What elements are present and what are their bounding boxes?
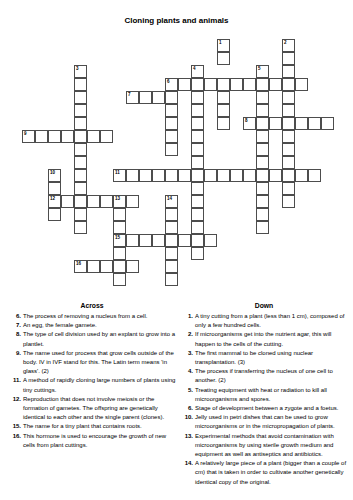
grid-cell-r0-c15: 1 <box>217 39 230 52</box>
grid-cell-r7-c2 <box>48 130 61 143</box>
grid-cell-r12-c11: 14 <box>165 195 178 208</box>
grid-cell-r10-c9 <box>139 169 152 182</box>
clue-number-label: 7. <box>8 321 23 330</box>
down-clue-14: 14.A relatively large piece of a plant (… <box>180 459 348 487</box>
grid-cell-r15-c11 <box>165 234 178 247</box>
clue-text: The process of removing a nucleus from a… <box>23 312 176 321</box>
grid-cell-r2-c13: 4 <box>191 65 204 78</box>
grid-cell-r3-c15 <box>217 78 230 91</box>
grid-cell-r16-c13 <box>191 247 204 260</box>
grid-cell-r7-c3 <box>61 130 74 143</box>
grid-cell-r3-c12 <box>178 78 191 91</box>
clue-text: A relatively large piece of a plant (big… <box>195 459 348 487</box>
clue-number-label: 15. <box>8 422 23 431</box>
grid-cell-r13-c13 <box>191 208 204 221</box>
grid-cell-r12-c20 <box>282 195 295 208</box>
grid-cell-r15-c13 <box>191 234 204 247</box>
grid-cell-r10-c22 <box>308 169 321 182</box>
grid-cell-r14-c18 <box>256 221 269 234</box>
grid-cell-r13-c4 <box>74 208 87 221</box>
clue-text: If microorganisms get into the nutrient … <box>195 330 348 348</box>
clue-text: Experimental methods that avoid contamin… <box>195 432 348 460</box>
clue-number-15: 15 <box>115 235 120 240</box>
grid-cell-r15-c8 <box>126 234 139 247</box>
grid-cell-r17-c7 <box>113 260 126 273</box>
grid-cell-r3-c11: 6 <box>165 78 178 91</box>
grid-cell-r1-c15 <box>217 52 230 65</box>
grid-cell-r16-c11 <box>165 247 178 260</box>
grid-cell-r6-c22 <box>308 117 321 130</box>
grid-cell-r5-c13 <box>191 104 204 117</box>
clue-number-10: 10 <box>50 170 55 175</box>
clue-text: The name used for process that grow cell… <box>23 349 176 377</box>
clue-text: Treating equipment with heat or radiatio… <box>195 386 348 404</box>
clue-number-4: 4 <box>193 66 196 71</box>
grid-cell-r12-c8 <box>126 195 139 208</box>
grid-cell-r10-c19 <box>269 169 282 182</box>
worksheet-page: Cloning plants and animals 1234567891011… <box>0 0 353 500</box>
clue-number-label: 9. <box>8 349 23 377</box>
grid-cell-r4-c13 <box>191 91 204 104</box>
grid-cell-r10-c13 <box>191 169 204 182</box>
grid-cell-r4-c11 <box>165 91 178 104</box>
across-clues-column: Across 6.The process of removing a nucle… <box>8 302 176 450</box>
grid-cell-r5-c18 <box>256 104 269 117</box>
grid-cell-r17-c4: 16 <box>74 260 87 273</box>
clue-number-label: 4. <box>180 367 195 385</box>
grid-cell-r8-c18 <box>256 143 269 156</box>
clue-number-5: 5 <box>258 66 261 71</box>
down-header: Down <box>180 302 348 309</box>
grid-cell-r7-c0: 9 <box>22 130 35 143</box>
clue-number-label: 13. <box>180 432 195 460</box>
grid-cell-r6-c21 <box>295 117 308 130</box>
clue-number-16: 16 <box>76 261 81 266</box>
grid-cell-r8-c20 <box>282 143 295 156</box>
clue-number-11: 11 <box>115 170 120 175</box>
grid-cell-r12-c7: 13 <box>113 195 126 208</box>
grid-cell-r8-c11 <box>165 143 178 156</box>
grid-cell-r10-c11 <box>165 169 178 182</box>
grid-cell-r17-c5 <box>87 260 100 273</box>
grid-cell-r5-c11 <box>165 104 178 117</box>
grid-cell-r17-c8 <box>126 260 139 273</box>
clue-number-label: 11. <box>8 376 23 394</box>
down-clues-column: Down 1.A tiny cutting from a plant (less… <box>180 302 348 487</box>
grid-cell-r3-c18 <box>256 78 269 91</box>
across-clue-12: 12.Reproduction that does not involve me… <box>8 395 176 423</box>
clue-number-label: 6. <box>8 312 23 321</box>
crossword-grid: 12345678910111213141516 <box>22 39 334 286</box>
grid-cell-r10-c14 <box>204 169 217 182</box>
grid-cell-r7-c18 <box>256 130 269 143</box>
grid-cell-r10-c17 <box>243 169 256 182</box>
grid-cell-r4-c8: 7 <box>126 91 139 104</box>
clue-number-7: 7 <box>128 92 131 97</box>
grid-cell-r3-c19 <box>269 78 282 91</box>
across-clue-16: 16.This hormone is used to encourage the… <box>8 432 176 450</box>
clue-number-label: 5. <box>180 386 195 404</box>
clue-number-13: 13 <box>115 196 120 201</box>
grid-cell-r10-c2: 10 <box>48 169 61 182</box>
grid-cell-r18-c11 <box>165 273 178 286</box>
grid-cell-r12-c18 <box>256 195 269 208</box>
grid-cell-r6-c20 <box>282 117 295 130</box>
grid-cell-r10-c18 <box>256 169 269 182</box>
grid-cell-r8-c4 <box>74 143 87 156</box>
down-clue-4: 4.The process if transferring the nucleu… <box>180 367 348 385</box>
down-clue-2: 2.If microorganisms get into the nutrien… <box>180 330 348 348</box>
grid-cell-r10-c12 <box>178 169 191 182</box>
grid-cell-r7-c6 <box>100 130 113 143</box>
across-header: Across <box>8 302 176 309</box>
grid-cell-r12-c2: 12 <box>48 195 61 208</box>
clue-text: The first mammal to be cloned using nucl… <box>195 349 348 367</box>
grid-cell-r5-c20 <box>282 104 295 117</box>
grid-cell-r14-c13 <box>191 221 204 234</box>
across-clue-list: 6.The process of removing a nucleus from… <box>8 312 176 450</box>
clue-text: An egg, the female gamete. <box>23 321 176 330</box>
grid-cell-r1-c20 <box>282 52 295 65</box>
clue-number-label: 3. <box>180 349 195 367</box>
grid-cell-r15-c12 <box>178 234 191 247</box>
clue-number-8: 8 <box>245 118 248 123</box>
across-clue-8: 8.The type of cell division used by an e… <box>8 330 176 348</box>
grid-cell-r5-c15 <box>217 104 230 117</box>
clue-text: The name for a tiny plant that contains … <box>23 422 176 431</box>
grid-cell-r10-c15 <box>217 169 230 182</box>
clue-text: The type of cell division used by an exp… <box>23 330 176 348</box>
down-clue-13: 13.Experimental methods that avoid conta… <box>180 432 348 460</box>
grid-cell-r11-c2 <box>48 182 61 195</box>
clue-number-3: 3 <box>76 66 79 71</box>
grid-cell-r10-c16 <box>230 169 243 182</box>
down-clue-10: 10.Jelly used in petri dishes that can b… <box>180 413 348 431</box>
clue-text: This hormone is used to encourage the gr… <box>23 432 176 450</box>
grid-cell-r8-c13 <box>191 143 204 156</box>
clue-text: Jelly used in petri dishes that can be u… <box>195 413 348 431</box>
clue-text: Stage of development between a zygote an… <box>195 404 348 413</box>
grid-cell-r6-c17: 8 <box>243 117 256 130</box>
clue-number-label: 8. <box>8 330 23 348</box>
grid-cell-r4-c9 <box>139 91 152 104</box>
page-title: Cloning plants and animals <box>0 16 353 25</box>
clue-text: A tiny cutting from a plant (less than 1… <box>195 312 348 330</box>
grid-cell-r14-c4 <box>74 221 87 234</box>
grid-cell-r15-c7: 15 <box>113 234 126 247</box>
grid-cell-r2-c20 <box>282 65 295 78</box>
clue-text: Reproduction that does not involve meios… <box>23 395 176 423</box>
grid-cell-r10-c21 <box>295 169 308 182</box>
grid-cell-r6-c23 <box>321 117 334 130</box>
grid-cell-r10-c20 <box>282 169 295 182</box>
clue-number-2: 2 <box>284 40 287 45</box>
down-clue-list: 1.A tiny cutting from a plant (less than… <box>180 312 348 487</box>
grid-cell-r16-c7 <box>113 247 126 260</box>
grid-cell-r6-c11 <box>165 117 178 130</box>
grid-cell-r11-c18 <box>256 182 269 195</box>
grid-cell-r11-c4 <box>74 182 87 195</box>
grid-cell-r3-c14 <box>204 78 217 91</box>
grid-cell-r11-c13 <box>191 182 204 195</box>
grid-cell-r6-c18 <box>256 117 269 130</box>
grid-cell-r4-c4 <box>74 91 87 104</box>
grid-cell-r6-c13 <box>191 117 204 130</box>
grid-cell-r18-c7 <box>113 273 126 286</box>
grid-cell-r13-c11 <box>165 208 178 221</box>
clue-number-label: 1. <box>180 312 195 330</box>
grid-cell-r2-c18: 5 <box>256 65 269 78</box>
grid-cell-r6-c4 <box>74 117 87 130</box>
grid-cell-r10-c10 <box>152 169 165 182</box>
grid-cell-r7-c4 <box>74 130 87 143</box>
grid-cell-r15-c14 <box>204 234 217 247</box>
grid-cell-r17-c6 <box>100 260 113 273</box>
across-clue-6: 6.The process of removing a nucleus from… <box>8 312 176 321</box>
across-clue-9: 9.The name used for process that grow ce… <box>8 349 176 377</box>
down-clue-5: 5.Treating equipment with heat or radiat… <box>180 386 348 404</box>
grid-cell-r13-c7 <box>113 208 126 221</box>
clue-text: A method of rapidly cloning large number… <box>23 376 176 394</box>
grid-cell-r7-c1 <box>35 130 48 143</box>
clue-number-label: 2. <box>180 330 195 348</box>
grid-cell-r9-c13 <box>191 156 204 169</box>
grid-cell-r13-c2 <box>48 208 61 221</box>
grid-cell-r13-c18 <box>256 208 269 221</box>
grid-cell-r12-c6 <box>100 195 113 208</box>
clue-number-label: 12. <box>8 395 23 423</box>
grid-cell-r15-c9 <box>139 234 152 247</box>
grid-cell-r10-c4 <box>74 169 87 182</box>
clue-number-label: 16. <box>8 432 23 450</box>
grid-cell-r2-c4: 3 <box>74 65 87 78</box>
grid-cell-r6-c15 <box>217 117 230 130</box>
grid-cell-r4-c20 <box>282 91 295 104</box>
grid-cell-r3-c17 <box>243 78 256 91</box>
grid-cell-r12-c3 <box>61 195 74 208</box>
grid-cell-r5-c4 <box>74 104 87 117</box>
down-clue-6: 6.Stage of development between a zygote … <box>180 404 348 413</box>
clue-number-9: 9 <box>24 131 27 136</box>
grid-cell-r4-c18 <box>256 91 269 104</box>
grid-cell-r0-c20: 2 <box>282 39 295 52</box>
grid-cell-r12-c5 <box>87 195 100 208</box>
grid-cell-r14-c7 <box>113 221 126 234</box>
across-clue-7: 7.An egg, the female gamete. <box>8 321 176 330</box>
across-clue-11: 11.A method of rapidly cloning large num… <box>8 376 176 394</box>
grid-cell-r9-c4 <box>74 156 87 169</box>
grid-cell-r7-c20 <box>282 130 295 143</box>
clue-number-label: 14. <box>180 459 195 487</box>
grid-cell-r12-c4 <box>74 195 87 208</box>
grid-cell-r3-c21 <box>295 78 308 91</box>
grid-cell-r10-c8 <box>126 169 139 182</box>
grid-cell-r4-c10 <box>152 91 165 104</box>
grid-cell-r3-c16 <box>230 78 243 91</box>
grid-cell-r9-c18 <box>256 156 269 169</box>
grid-cell-r3-c20 <box>282 78 295 91</box>
grid-cell-r10-c7: 11 <box>113 169 126 182</box>
grid-cell-r17-c11 <box>165 260 178 273</box>
grid-cell-r3-c13 <box>191 78 204 91</box>
down-clue-3: 3.The first mammal to be cloned using nu… <box>180 349 348 367</box>
grid-cell-r9-c20 <box>282 156 295 169</box>
grid-cell-r6-c19 <box>269 117 282 130</box>
down-clue-1: 1.A tiny cutting from a plant (less than… <box>180 312 348 330</box>
grid-cell-r4-c15 <box>217 91 230 104</box>
grid-cell-r15-c10 <box>152 234 165 247</box>
clue-number-6: 6 <box>167 79 170 84</box>
across-clue-15: 15.The name for a tiny plant that contai… <box>8 422 176 431</box>
grid-cell-r14-c11 <box>165 221 178 234</box>
grid-cell-r7-c5 <box>87 130 100 143</box>
grid-cell-r11-c20 <box>282 182 295 195</box>
clue-text: The process if transferring the nucleus … <box>195 367 348 385</box>
grid-cell-r7-c13 <box>191 130 204 143</box>
clue-number-label: 6. <box>180 404 195 413</box>
clue-number-1: 1 <box>219 40 222 45</box>
clue-number-label: 10. <box>180 413 195 431</box>
clue-number-14: 14 <box>167 196 172 201</box>
grid-cell-r12-c13 <box>191 195 204 208</box>
grid-cell-r7-c11 <box>165 130 178 143</box>
grid-cell-r3-c4 <box>74 78 87 91</box>
clue-number-12: 12 <box>50 196 55 201</box>
